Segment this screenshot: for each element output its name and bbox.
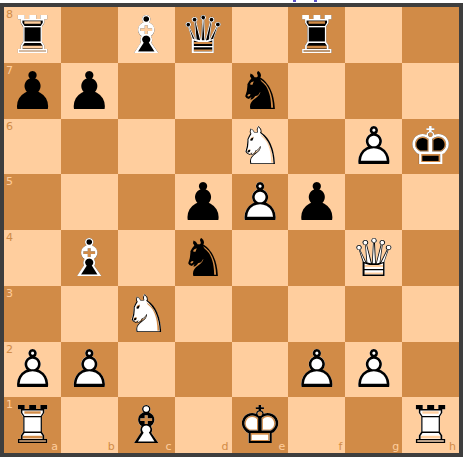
- square-h3[interactable]: [402, 286, 459, 342]
- square-a2[interactable]: 2♟♙: [4, 342, 61, 398]
- board-grid: 8♜♖♝♗♛♕♜♖7♟♟♞6♞♘♟♙♚♔5♟♟♙♟4♝♗♞♛♕3♞♘2♟♙♟♙♟…: [4, 7, 459, 453]
- piece-white-queen[interactable]: ♛♕: [345, 230, 402, 286]
- square-f2[interactable]: ♟♙: [288, 342, 345, 398]
- square-g8[interactable]: [345, 7, 402, 63]
- cropped-text-fragment-1: [293, 0, 296, 2]
- piece-white-pawn[interactable]: ♟♙: [61, 342, 118, 398]
- piece-black-bishop[interactable]: ♝♗: [61, 230, 118, 286]
- square-e6[interactable]: ♞♘: [232, 119, 289, 175]
- square-e2[interactable]: [232, 342, 289, 398]
- knight-glyph-fill: ♞: [175, 230, 232, 286]
- knight-glyph-fill: ♞: [232, 63, 289, 119]
- square-d3[interactable]: [175, 286, 232, 342]
- cropped-text-fragment-2: [314, 0, 317, 2]
- piece-white-pawn[interactable]: ♟♙: [345, 342, 402, 398]
- piece-black-pawn[interactable]: ♟: [61, 63, 118, 119]
- square-d1[interactable]: d: [175, 397, 232, 453]
- piece-white-pawn[interactable]: ♟♙: [232, 174, 289, 230]
- square-h2[interactable]: [402, 342, 459, 398]
- piece-white-pawn[interactable]: ♟♙: [345, 119, 402, 175]
- file-label-b: b: [108, 441, 115, 452]
- square-e4[interactable]: [232, 230, 289, 286]
- pawn-glyph-fill: ♟: [4, 63, 61, 119]
- square-c8[interactable]: ♝♗: [118, 7, 175, 63]
- square-f7[interactable]: [288, 63, 345, 119]
- rook-glyph-detail: ♖: [402, 397, 459, 453]
- square-c6[interactable]: [118, 119, 175, 175]
- square-g6[interactable]: ♟♙: [345, 119, 402, 175]
- square-b6[interactable]: [61, 119, 118, 175]
- piece-black-pawn[interactable]: ♟: [288, 174, 345, 230]
- square-g3[interactable]: [345, 286, 402, 342]
- square-f1[interactable]: f: [288, 397, 345, 453]
- square-b1[interactable]: b: [61, 397, 118, 453]
- square-f6[interactable]: [288, 119, 345, 175]
- piece-black-knight[interactable]: ♞: [232, 63, 289, 119]
- knight-glyph-detail: ♘: [232, 119, 289, 175]
- square-a7[interactable]: 7♟: [4, 63, 61, 119]
- square-c1[interactable]: c♝♗: [118, 397, 175, 453]
- pawn-glyph-detail: ♙: [345, 342, 402, 398]
- square-e5[interactable]: ♟♙: [232, 174, 289, 230]
- chess-board: 8♜♖♝♗♛♕♜♖7♟♟♞6♞♘♟♙♚♔5♟♟♙♟4♝♗♞♛♕3♞♘2♟♙♟♙♟…: [0, 3, 463, 457]
- square-e8[interactable]: [232, 7, 289, 63]
- square-h4[interactable]: [402, 230, 459, 286]
- square-d5[interactable]: ♟: [175, 174, 232, 230]
- pawn-glyph-detail: ♙: [345, 119, 402, 175]
- square-h7[interactable]: [402, 63, 459, 119]
- rook-glyph-detail: ♖: [4, 7, 61, 63]
- square-a5[interactable]: 5: [4, 174, 61, 230]
- file-label-f: f: [338, 441, 342, 452]
- piece-black-pawn[interactable]: ♟: [175, 174, 232, 230]
- knight-glyph-detail: ♘: [118, 286, 175, 342]
- square-b3[interactable]: [61, 286, 118, 342]
- rank-label-5: 5: [6, 176, 13, 187]
- bishop-glyph-detail: ♗: [61, 230, 118, 286]
- square-a1[interactable]: 1a♜♖: [4, 397, 61, 453]
- square-a3[interactable]: 3: [4, 286, 61, 342]
- pawn-glyph-detail: ♙: [288, 342, 345, 398]
- piece-black-rook[interactable]: ♜♖: [288, 7, 345, 63]
- square-h8[interactable]: [402, 7, 459, 63]
- square-b2[interactable]: ♟♙: [61, 342, 118, 398]
- file-label-d: d: [222, 441, 229, 452]
- piece-white-pawn[interactable]: ♟♙: [288, 342, 345, 398]
- square-e1[interactable]: e♚♔: [232, 397, 289, 453]
- square-e3[interactable]: [232, 286, 289, 342]
- square-c2[interactable]: [118, 342, 175, 398]
- square-h1[interactable]: h♜♖: [402, 397, 459, 453]
- piece-white-pawn[interactable]: ♟♙: [4, 342, 61, 398]
- square-g2[interactable]: ♟♙: [345, 342, 402, 398]
- piece-black-rook[interactable]: ♜♖: [4, 7, 61, 63]
- square-g4[interactable]: ♛♕: [345, 230, 402, 286]
- rank-label-6: 6: [6, 121, 13, 132]
- king-glyph-detail: ♔: [402, 119, 459, 175]
- square-b4[interactable]: ♝♗: [61, 230, 118, 286]
- square-f8[interactable]: ♜♖: [288, 7, 345, 63]
- square-g7[interactable]: [345, 63, 402, 119]
- pawn-glyph-fill: ♟: [288, 174, 345, 230]
- piece-white-knight[interactable]: ♞♘: [232, 119, 289, 175]
- rank-label-4: 4: [6, 232, 13, 243]
- square-c5[interactable]: [118, 174, 175, 230]
- piece-white-king[interactable]: ♚♔: [232, 397, 289, 453]
- square-b8[interactable]: [61, 7, 118, 63]
- bishop-glyph-detail: ♗: [118, 7, 175, 63]
- piece-black-bishop[interactable]: ♝♗: [118, 7, 175, 63]
- square-e7[interactable]: ♞: [232, 63, 289, 119]
- square-d2[interactable]: [175, 342, 232, 398]
- square-h5[interactable]: [402, 174, 459, 230]
- chess-diagram-page: 8♜♖♝♗♛♕♜♖7♟♟♞6♞♘♟♙♚♔5♟♟♙♟4♝♗♞♛♕3♞♘2♟♙♟♙♟…: [0, 0, 463, 457]
- piece-white-rook[interactable]: ♜♖: [4, 397, 61, 453]
- pawn-glyph-detail: ♙: [4, 342, 61, 398]
- square-f4[interactable]: [288, 230, 345, 286]
- square-d7[interactable]: [175, 63, 232, 119]
- piece-black-pawn[interactable]: ♟: [4, 63, 61, 119]
- square-f3[interactable]: [288, 286, 345, 342]
- file-label-g: g: [392, 441, 399, 452]
- square-d6[interactable]: [175, 119, 232, 175]
- rook-glyph-detail: ♖: [288, 7, 345, 63]
- pawn-glyph-fill: ♟: [61, 63, 118, 119]
- queen-glyph-detail: ♕: [175, 7, 232, 63]
- piece-black-queen[interactable]: ♛♕: [175, 7, 232, 63]
- square-g1[interactable]: g: [345, 397, 402, 453]
- square-a8[interactable]: 8♜♖: [4, 7, 61, 63]
- square-d8[interactable]: ♛♕: [175, 7, 232, 63]
- rank-label-3: 3: [6, 288, 13, 299]
- square-b5[interactable]: [61, 174, 118, 230]
- square-b7[interactable]: ♟: [61, 63, 118, 119]
- square-c4[interactable]: [118, 230, 175, 286]
- square-g5[interactable]: [345, 174, 402, 230]
- piece-white-rook[interactable]: ♜♖: [402, 397, 459, 453]
- piece-black-king[interactable]: ♚♔: [402, 119, 459, 175]
- square-c7[interactable]: [118, 63, 175, 119]
- piece-black-knight[interactable]: ♞: [175, 230, 232, 286]
- square-f5[interactable]: ♟: [288, 174, 345, 230]
- piece-white-bishop[interactable]: ♝♗: [118, 397, 175, 453]
- piece-white-knight[interactable]: ♞♘: [118, 286, 175, 342]
- square-h6[interactable]: ♚♔: [402, 119, 459, 175]
- square-a6[interactable]: 6: [4, 119, 61, 175]
- pawn-glyph-fill: ♟: [175, 174, 232, 230]
- rook-glyph-detail: ♖: [4, 397, 61, 453]
- queen-glyph-detail: ♕: [345, 230, 402, 286]
- square-c3[interactable]: ♞♘: [118, 286, 175, 342]
- square-a4[interactable]: 4: [4, 230, 61, 286]
- square-d4[interactable]: ♞: [175, 230, 232, 286]
- pawn-glyph-detail: ♙: [61, 342, 118, 398]
- king-glyph-detail: ♔: [232, 397, 289, 453]
- bishop-glyph-detail: ♗: [118, 397, 175, 453]
- pawn-glyph-detail: ♙: [232, 174, 289, 230]
